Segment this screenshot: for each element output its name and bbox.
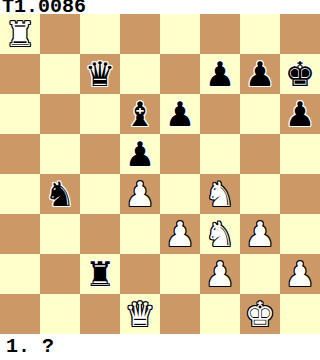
square-h2[interactable]: ♟ <box>280 254 320 294</box>
square-a8[interactable]: ♜ <box>0 14 40 54</box>
square-d7[interactable] <box>120 54 160 94</box>
square-b5[interactable] <box>40 134 80 174</box>
square-h1[interactable] <box>280 294 320 334</box>
square-f5[interactable] <box>200 134 240 174</box>
chess-board: ♜♛♟♟♚♝♟♟♟♞♟♞♟♞♟♜♟♟♛♚ <box>0 14 320 334</box>
square-a7[interactable] <box>0 54 40 94</box>
black-bishop[interactable]: ♝ <box>125 94 155 134</box>
square-c2[interactable]: ♜ <box>80 254 120 294</box>
square-d4[interactable]: ♟ <box>120 174 160 214</box>
square-h4[interactable] <box>280 174 320 214</box>
square-g5[interactable] <box>240 134 280 174</box>
square-b7[interactable] <box>40 54 80 94</box>
square-b3[interactable] <box>40 214 80 254</box>
square-d8[interactable] <box>120 14 160 54</box>
white-pawn[interactable]: ♟ <box>205 254 235 294</box>
square-d5[interactable]: ♟ <box>120 134 160 174</box>
black-king[interactable]: ♚ <box>285 54 315 94</box>
square-a5[interactable] <box>0 134 40 174</box>
white-queen[interactable]: ♛ <box>125 294 155 334</box>
square-c6[interactable] <box>80 94 120 134</box>
square-e1[interactable] <box>160 294 200 334</box>
square-d1[interactable]: ♛ <box>120 294 160 334</box>
square-c8[interactable] <box>80 14 120 54</box>
square-b1[interactable] <box>40 294 80 334</box>
square-h6[interactable]: ♟ <box>280 94 320 134</box>
square-c1[interactable] <box>80 294 120 334</box>
square-f1[interactable] <box>200 294 240 334</box>
square-d6[interactable]: ♝ <box>120 94 160 134</box>
square-c4[interactable] <box>80 174 120 214</box>
square-d3[interactable] <box>120 214 160 254</box>
white-pawn[interactable]: ♟ <box>125 174 155 214</box>
square-f2[interactable]: ♟ <box>200 254 240 294</box>
square-f6[interactable] <box>200 94 240 134</box>
black-pawn[interactable]: ♟ <box>285 94 315 134</box>
square-g7[interactable]: ♟ <box>240 54 280 94</box>
square-f4[interactable]: ♞ <box>200 174 240 214</box>
square-a4[interactable] <box>0 174 40 214</box>
square-b6[interactable] <box>40 94 80 134</box>
square-e7[interactable] <box>160 54 200 94</box>
square-g8[interactable] <box>240 14 280 54</box>
square-e6[interactable]: ♟ <box>160 94 200 134</box>
square-e8[interactable] <box>160 14 200 54</box>
square-f8[interactable] <box>200 14 240 54</box>
black-pawn[interactable]: ♟ <box>125 134 155 174</box>
black-knight[interactable]: ♞ <box>45 174 75 214</box>
square-a3[interactable] <box>0 214 40 254</box>
black-queen[interactable]: ♛ <box>85 54 115 94</box>
white-pawn[interactable]: ♟ <box>245 214 275 254</box>
square-h5[interactable] <box>280 134 320 174</box>
square-e2[interactable] <box>160 254 200 294</box>
white-pawn[interactable]: ♟ <box>165 214 195 254</box>
square-g2[interactable] <box>240 254 280 294</box>
square-c3[interactable] <box>80 214 120 254</box>
square-a6[interactable] <box>0 94 40 134</box>
black-pawn[interactable]: ♟ <box>205 54 235 94</box>
square-c7[interactable]: ♛ <box>80 54 120 94</box>
square-g1[interactable]: ♚ <box>240 294 280 334</box>
square-b4[interactable]: ♞ <box>40 174 80 214</box>
black-rook[interactable]: ♜ <box>85 254 115 294</box>
square-g4[interactable] <box>240 174 280 214</box>
white-pawn[interactable]: ♟ <box>285 254 315 294</box>
square-a2[interactable] <box>0 254 40 294</box>
square-f7[interactable]: ♟ <box>200 54 240 94</box>
square-h8[interactable] <box>280 14 320 54</box>
square-b8[interactable] <box>40 14 80 54</box>
square-e5[interactable] <box>160 134 200 174</box>
white-knight[interactable]: ♞ <box>205 214 235 254</box>
white-king[interactable]: ♚ <box>245 294 275 334</box>
square-g6[interactable] <box>240 94 280 134</box>
square-e3[interactable]: ♟ <box>160 214 200 254</box>
black-pawn[interactable]: ♟ <box>245 54 275 94</box>
square-g3[interactable]: ♟ <box>240 214 280 254</box>
square-b2[interactable] <box>40 254 80 294</box>
black-pawn[interactable]: ♟ <box>165 94 195 134</box>
white-knight[interactable]: ♞ <box>205 174 235 214</box>
square-h3[interactable] <box>280 214 320 254</box>
move-prompt: 1. ? <box>6 337 54 357</box>
square-c5[interactable] <box>80 134 120 174</box>
square-h7[interactable]: ♚ <box>280 54 320 94</box>
square-a1[interactable] <box>0 294 40 334</box>
white-rook[interactable]: ♜ <box>5 14 35 54</box>
square-d2[interactable] <box>120 254 160 294</box>
square-e4[interactable] <box>160 174 200 214</box>
square-f3[interactable]: ♞ <box>200 214 240 254</box>
